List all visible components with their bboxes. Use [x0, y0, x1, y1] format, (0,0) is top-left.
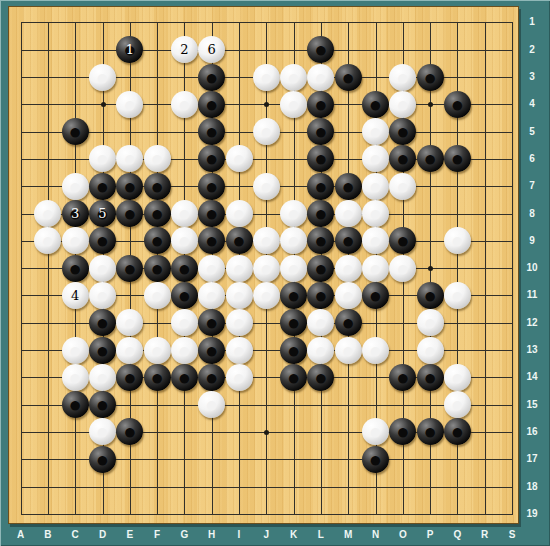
stone-black: ● [307, 36, 334, 63]
stone-white: ● [144, 145, 171, 172]
white-stone-glyph: ● [178, 227, 191, 254]
white-stone-glyph: ● [150, 337, 163, 364]
black-stone-glyph: ● [423, 418, 436, 445]
stone-black: ● [198, 91, 225, 118]
white-stone-glyph: ● [260, 227, 273, 254]
stone-black: ●5 [89, 200, 116, 227]
stone-white: ● [89, 364, 116, 391]
board-frame: ●1●2●6●●●●●●●●●●●●●●●●●●●●●●●●●●●●●●●●●●… [0, 0, 550, 546]
stone-black: ● [198, 364, 225, 391]
stone-white: ● [362, 337, 389, 364]
stone-black: ● [89, 391, 116, 418]
stone-black: ● [116, 200, 143, 227]
move-number-label: 5 [89, 200, 116, 227]
stone-white: ● [335, 200, 362, 227]
white-stone-glyph: ● [178, 91, 191, 118]
row-label: 4 [521, 98, 543, 109]
white-stone-glyph: ● [232, 145, 245, 172]
stone-black: ● [389, 418, 416, 445]
stone-white: ● [171, 227, 198, 254]
stone-white: ● [171, 309, 198, 336]
white-stone-glyph: ● [396, 173, 409, 200]
white-stone-glyph: ● [205, 282, 218, 309]
stone-white: ● [335, 282, 362, 309]
white-stone-glyph: ● [342, 337, 355, 364]
stone-white: ● [226, 145, 253, 172]
stone-black: ● [444, 91, 471, 118]
stone-black: ● [362, 282, 389, 309]
star-point [101, 102, 106, 107]
stone-black: ● [198, 145, 225, 172]
black-stone-glyph: ● [287, 282, 300, 309]
stone-white: ● [389, 173, 416, 200]
stone-white: ●2 [171, 36, 198, 63]
white-stone-glyph: ● [41, 227, 54, 254]
stone-black: ● [335, 309, 362, 336]
black-stone-glyph: ● [205, 337, 218, 364]
stone-white: ● [389, 255, 416, 282]
white-stone-glyph: ● [96, 64, 109, 91]
white-stone-glyph: ● [342, 255, 355, 282]
white-stone-glyph: ● [369, 145, 382, 172]
column-label: O [394, 529, 412, 540]
stone-white: ● [417, 337, 444, 364]
column-label: C [66, 529, 84, 540]
stone-black: ● [389, 118, 416, 145]
row-label: 12 [521, 317, 543, 328]
white-stone-glyph: ● [451, 282, 464, 309]
stone-black: ● [89, 337, 116, 364]
stone-white: ● [116, 337, 143, 364]
black-stone-glyph: ● [150, 255, 163, 282]
black-stone-glyph: ● [342, 227, 355, 254]
white-stone-glyph: ● [232, 255, 245, 282]
black-stone-glyph: ● [205, 145, 218, 172]
black-stone-glyph: ● [96, 446, 109, 473]
row-label: 17 [521, 453, 543, 464]
stone-white: ● [198, 255, 225, 282]
white-stone-glyph: ● [314, 309, 327, 336]
black-stone-glyph: ● [150, 173, 163, 200]
white-stone-glyph: ● [287, 255, 300, 282]
white-stone-glyph: ● [178, 200, 191, 227]
white-stone-glyph: ● [287, 91, 300, 118]
stone-white: ● [226, 282, 253, 309]
stone-white: ●4 [62, 282, 89, 309]
white-stone-glyph: ● [369, 418, 382, 445]
stone-white: ● [280, 227, 307, 254]
black-stone-glyph: ● [69, 391, 82, 418]
stone-black: ● [116, 364, 143, 391]
row-label: 2 [521, 44, 543, 55]
stone-black: ● [198, 200, 225, 227]
stone-white: ● [389, 64, 416, 91]
white-stone-glyph: ● [314, 64, 327, 91]
stone-white: ● [362, 255, 389, 282]
black-stone-glyph: ● [205, 118, 218, 145]
stone-black: ● [417, 64, 444, 91]
white-stone-glyph: ● [287, 200, 300, 227]
grid-line-horizontal [21, 514, 513, 515]
black-stone-glyph: ● [123, 255, 136, 282]
white-stone-glyph: ● [342, 282, 355, 309]
column-label: H [203, 529, 221, 540]
column-label: Q [448, 529, 466, 540]
stone-white: ● [253, 118, 280, 145]
stone-white: ● [34, 200, 61, 227]
stone-black: ● [226, 227, 253, 254]
column-label: J [257, 529, 275, 540]
white-stone-glyph: ● [396, 64, 409, 91]
black-stone-glyph: ● [123, 200, 136, 227]
black-stone-glyph: ● [314, 118, 327, 145]
row-label: 13 [521, 344, 543, 355]
white-stone-glyph: ● [96, 364, 109, 391]
stone-black: ● [116, 255, 143, 282]
stone-white: ● [335, 337, 362, 364]
column-label: N [367, 529, 385, 540]
stone-white: ● [362, 227, 389, 254]
go-board[interactable]: ●1●2●6●●●●●●●●●●●●●●●●●●●●●●●●●●●●●●●●●●… [8, 6, 519, 524]
white-stone-glyph: ● [205, 391, 218, 418]
stone-white: ● [89, 145, 116, 172]
stone-white: ● [62, 173, 89, 200]
white-stone-glyph: ● [451, 391, 464, 418]
black-stone-glyph: ● [287, 309, 300, 336]
stone-black: ● [144, 364, 171, 391]
column-label: M [339, 529, 357, 540]
stone-black: ● [144, 227, 171, 254]
white-stone-glyph: ● [314, 337, 327, 364]
black-stone-glyph: ● [96, 173, 109, 200]
stone-white: ● [280, 91, 307, 118]
white-stone-glyph: ● [123, 309, 136, 336]
stone-black: ● [198, 173, 225, 200]
stone-black: ● [444, 145, 471, 172]
stone-black: ● [362, 446, 389, 473]
row-label: 11 [521, 289, 543, 300]
stone-white: ● [444, 227, 471, 254]
stone-white: ● [226, 364, 253, 391]
stone-black: ● [280, 309, 307, 336]
stone-black: ● [89, 309, 116, 336]
grid-line-vertical [485, 22, 486, 514]
move-number-label: 2 [171, 36, 198, 63]
stone-black: ● [89, 227, 116, 254]
white-stone-glyph: ● [178, 309, 191, 336]
stone-black: ● [307, 282, 334, 309]
stone-black: ● [198, 64, 225, 91]
white-stone-glyph: ● [69, 173, 82, 200]
black-stone-glyph: ● [342, 309, 355, 336]
row-label: 18 [521, 481, 543, 492]
black-stone-glyph: ● [150, 200, 163, 227]
white-stone-glyph: ● [69, 227, 82, 254]
stone-white: ● [307, 309, 334, 336]
row-label: 7 [521, 180, 543, 191]
row-label: 15 [521, 399, 543, 410]
black-stone-glyph: ● [314, 364, 327, 391]
stone-white: ● [253, 227, 280, 254]
stone-white: ● [171, 200, 198, 227]
column-label: D [94, 529, 112, 540]
black-stone-glyph: ● [69, 118, 82, 145]
black-stone-glyph: ● [96, 337, 109, 364]
column-label: I [230, 529, 248, 540]
stone-white: ● [280, 200, 307, 227]
stone-white: ● [253, 282, 280, 309]
black-stone-glyph: ● [205, 364, 218, 391]
stone-black: ● [116, 418, 143, 445]
black-stone-glyph: ● [369, 446, 382, 473]
stone-black: ● [307, 255, 334, 282]
white-stone-glyph: ● [369, 118, 382, 145]
white-stone-glyph: ● [342, 200, 355, 227]
stone-white: ● [417, 309, 444, 336]
stone-black: ● [116, 173, 143, 200]
black-stone-glyph: ● [205, 64, 218, 91]
move-number-label: 1 [116, 36, 143, 63]
white-stone-glyph: ● [369, 337, 382, 364]
black-stone-glyph: ● [396, 118, 409, 145]
black-stone-glyph: ● [342, 64, 355, 91]
black-stone-glyph: ● [205, 91, 218, 118]
black-stone-glyph: ● [96, 309, 109, 336]
black-stone-glyph: ● [423, 282, 436, 309]
column-label: P [421, 529, 439, 540]
black-stone-glyph: ● [96, 391, 109, 418]
stone-white: ● [253, 173, 280, 200]
black-stone-glyph: ● [314, 91, 327, 118]
column-label: L [312, 529, 330, 540]
white-stone-glyph: ● [423, 337, 436, 364]
stone-black: ● [335, 227, 362, 254]
black-stone-glyph: ● [205, 173, 218, 200]
row-label: 3 [521, 71, 543, 82]
stone-black: ● [144, 255, 171, 282]
stone-white: ●6 [198, 36, 225, 63]
black-stone-glyph: ● [287, 337, 300, 364]
row-label: 5 [521, 126, 543, 137]
black-stone-glyph: ● [123, 364, 136, 391]
white-stone-glyph: ● [232, 200, 245, 227]
black-stone-glyph: ● [369, 91, 382, 118]
stone-white: ● [253, 255, 280, 282]
white-stone-glyph: ● [451, 227, 464, 254]
stone-black: ● [307, 118, 334, 145]
white-stone-glyph: ● [369, 255, 382, 282]
stone-black: ● [307, 173, 334, 200]
black-stone-glyph: ● [314, 36, 327, 63]
black-stone-glyph: ● [205, 309, 218, 336]
white-stone-glyph: ● [451, 364, 464, 391]
row-label: 10 [521, 262, 543, 273]
stone-black: ● [89, 173, 116, 200]
black-stone-glyph: ● [178, 255, 191, 282]
white-stone-glyph: ● [369, 227, 382, 254]
stone-black: ● [144, 200, 171, 227]
stone-black: ● [280, 337, 307, 364]
stone-white: ● [253, 64, 280, 91]
stone-white: ● [144, 337, 171, 364]
black-stone-glyph: ● [396, 227, 409, 254]
black-stone-glyph: ● [123, 173, 136, 200]
black-stone-glyph: ● [314, 145, 327, 172]
stone-black: ● [198, 227, 225, 254]
black-stone-glyph: ● [123, 418, 136, 445]
white-stone-glyph: ● [287, 227, 300, 254]
row-label: 8 [521, 208, 543, 219]
stone-black: ● [389, 227, 416, 254]
stone-white: ● [89, 64, 116, 91]
black-stone-glyph: ● [396, 145, 409, 172]
stone-black: ● [198, 337, 225, 364]
stone-white: ● [226, 337, 253, 364]
white-stone-glyph: ● [260, 255, 273, 282]
black-stone-glyph: ● [451, 418, 464, 445]
stone-white: ● [362, 173, 389, 200]
white-stone-glyph: ● [423, 309, 436, 336]
stone-black: ● [198, 118, 225, 145]
stone-black: ● [280, 282, 307, 309]
stone-black: ● [307, 364, 334, 391]
black-stone-glyph: ● [314, 255, 327, 282]
star-point [428, 102, 433, 107]
stone-black: ● [62, 391, 89, 418]
stone-white: ● [171, 337, 198, 364]
stone-white: ● [144, 282, 171, 309]
row-label: 6 [521, 153, 543, 164]
black-stone-glyph: ● [205, 227, 218, 254]
stone-black: ● [335, 173, 362, 200]
stone-white: ● [226, 200, 253, 227]
stone-black: ● [280, 364, 307, 391]
row-label: 19 [521, 508, 543, 519]
white-stone-glyph: ● [369, 173, 382, 200]
black-stone-glyph: ● [287, 364, 300, 391]
column-label: S [503, 529, 521, 540]
stone-black: ● [144, 173, 171, 200]
star-point [264, 430, 269, 435]
row-label: 16 [521, 426, 543, 437]
column-label: K [285, 529, 303, 540]
stone-white: ● [444, 364, 471, 391]
move-number-label: 4 [62, 282, 89, 309]
white-stone-glyph: ● [96, 255, 109, 282]
column-label: G [175, 529, 193, 540]
stone-black: ● [62, 118, 89, 145]
stone-white: ● [280, 255, 307, 282]
stone-white: ● [62, 364, 89, 391]
white-stone-glyph: ● [96, 145, 109, 172]
white-stone-glyph: ● [396, 91, 409, 118]
stone-black: ● [362, 91, 389, 118]
stone-white: ● [116, 91, 143, 118]
stone-black: ● [171, 255, 198, 282]
stone-black: ● [171, 282, 198, 309]
black-stone-glyph: ● [396, 418, 409, 445]
white-stone-glyph: ● [232, 337, 245, 364]
stone-black: ● [307, 145, 334, 172]
black-stone-glyph: ● [342, 173, 355, 200]
stone-white: ● [444, 391, 471, 418]
white-stone-glyph: ● [96, 282, 109, 309]
column-label: E [121, 529, 139, 540]
stone-black: ● [417, 145, 444, 172]
stone-white: ● [89, 255, 116, 282]
stone-white: ● [389, 91, 416, 118]
star-point [264, 102, 269, 107]
black-stone-glyph: ● [396, 364, 409, 391]
stone-white: ● [307, 337, 334, 364]
black-stone-glyph: ● [232, 227, 245, 254]
black-stone-glyph: ● [423, 145, 436, 172]
stone-white: ● [307, 64, 334, 91]
stone-black: ● [335, 64, 362, 91]
black-stone-glyph: ● [369, 282, 382, 309]
grid-line-horizontal [21, 487, 513, 488]
move-number-label: 3 [62, 200, 89, 227]
black-stone-glyph: ● [178, 364, 191, 391]
column-label: A [12, 529, 30, 540]
white-stone-glyph: ● [260, 118, 273, 145]
white-stone-glyph: ● [150, 145, 163, 172]
white-stone-glyph: ● [396, 255, 409, 282]
white-stone-glyph: ● [232, 282, 245, 309]
white-stone-glyph: ● [123, 337, 136, 364]
row-label: 14 [521, 371, 543, 382]
white-stone-glyph: ● [287, 64, 300, 91]
white-stone-glyph: ● [123, 145, 136, 172]
stone-white: ● [89, 418, 116, 445]
stone-black: ● [171, 364, 198, 391]
stone-white: ● [62, 227, 89, 254]
move-number-label: 6 [198, 36, 225, 63]
black-stone-glyph: ● [314, 200, 327, 227]
black-stone-glyph: ● [150, 227, 163, 254]
white-stone-glyph: ● [260, 282, 273, 309]
black-stone-glyph: ● [423, 364, 436, 391]
white-stone-glyph: ● [178, 337, 191, 364]
black-stone-glyph: ● [205, 200, 218, 227]
stone-white: ● [362, 418, 389, 445]
stone-white: ● [62, 337, 89, 364]
white-stone-glyph: ● [69, 364, 82, 391]
white-stone-glyph: ● [260, 64, 273, 91]
stone-black: ● [62, 255, 89, 282]
white-stone-glyph: ● [369, 200, 382, 227]
white-stone-glyph: ● [232, 364, 245, 391]
black-stone-glyph: ● [96, 227, 109, 254]
stone-black: ● [89, 446, 116, 473]
row-label: 9 [521, 235, 543, 246]
stone-white: ● [444, 282, 471, 309]
white-stone-glyph: ● [41, 200, 54, 227]
stone-white: ● [362, 200, 389, 227]
black-stone-glyph: ● [451, 145, 464, 172]
black-stone-glyph: ● [314, 227, 327, 254]
stone-black: ● [389, 145, 416, 172]
stone-white: ● [198, 282, 225, 309]
column-label: B [39, 529, 57, 540]
white-stone-glyph: ● [232, 309, 245, 336]
white-stone-glyph: ● [205, 255, 218, 282]
black-stone-glyph: ● [314, 282, 327, 309]
stone-white: ● [335, 255, 362, 282]
stone-white: ● [362, 145, 389, 172]
stone-black: ● [307, 91, 334, 118]
white-stone-glyph: ● [150, 282, 163, 309]
